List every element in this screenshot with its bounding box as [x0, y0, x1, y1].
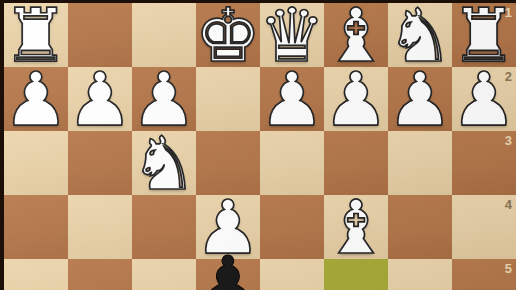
- square-d4[interactable]: [260, 195, 324, 259]
- black-pawn[interactable]: ♟: [195, 251, 261, 290]
- square-f3[interactable]: ♞: [132, 131, 196, 195]
- square-a4[interactable]: 4: [452, 195, 516, 259]
- square-e1[interactable]: ♚: [196, 3, 260, 67]
- square-e5[interactable]: ♟: [196, 259, 260, 290]
- white-knight[interactable]: ♞: [131, 131, 197, 195]
- white-pawn[interactable]: ♟: [323, 67, 389, 131]
- square-f5[interactable]: [132, 259, 196, 290]
- rank-label-1: 1: [505, 5, 512, 20]
- white-pawn[interactable]: ♟: [387, 67, 453, 131]
- video-frame: ♜♚♛♝♞♜1♟♟♟♟♟♟♟2♞3♟♝4♟5: [0, 0, 516, 290]
- square-b3[interactable]: [388, 131, 452, 195]
- square-g2[interactable]: ♟: [68, 67, 132, 131]
- white-pawn[interactable]: ♟: [259, 67, 325, 131]
- rank-label-4: 4: [505, 197, 512, 212]
- chess-board: ♜♚♛♝♞♜1♟♟♟♟♟♟♟2♞3♟♝4♟5: [4, 3, 516, 290]
- rank-label-3: 3: [505, 133, 512, 148]
- white-pawn[interactable]: ♟: [67, 67, 133, 131]
- square-a3[interactable]: 3: [452, 131, 516, 195]
- square-b5[interactable]: [388, 259, 452, 290]
- square-g4[interactable]: [68, 195, 132, 259]
- square-c4[interactable]: ♝: [324, 195, 388, 259]
- square-d5[interactable]: [260, 259, 324, 290]
- square-h3[interactable]: [4, 131, 68, 195]
- board-grid: ♜♚♛♝♞♜1♟♟♟♟♟♟♟2♞3♟♝4♟5: [4, 3, 516, 290]
- white-pawn[interactable]: ♟: [4, 67, 69, 131]
- square-e2[interactable]: [196, 67, 260, 131]
- square-b4[interactable]: [388, 195, 452, 259]
- square-d2[interactable]: ♟: [260, 67, 324, 131]
- white-king[interactable]: ♚: [195, 3, 261, 67]
- rank-label-5: 5: [505, 261, 512, 276]
- rank-label-2: 2: [505, 69, 512, 84]
- square-f4[interactable]: [132, 195, 196, 259]
- square-h2[interactable]: ♟: [4, 67, 68, 131]
- square-g3[interactable]: [68, 131, 132, 195]
- square-c5[interactable]: [324, 259, 388, 290]
- square-b2[interactable]: ♟: [388, 67, 452, 131]
- square-h4[interactable]: [4, 195, 68, 259]
- square-h5[interactable]: [4, 259, 68, 290]
- square-a5[interactable]: 5: [452, 259, 516, 290]
- square-a2[interactable]: ♟2: [452, 67, 516, 131]
- white-bishop[interactable]: ♝: [323, 195, 389, 259]
- square-d3[interactable]: [260, 131, 324, 195]
- square-g5[interactable]: [68, 259, 132, 290]
- square-c2[interactable]: ♟: [324, 67, 388, 131]
